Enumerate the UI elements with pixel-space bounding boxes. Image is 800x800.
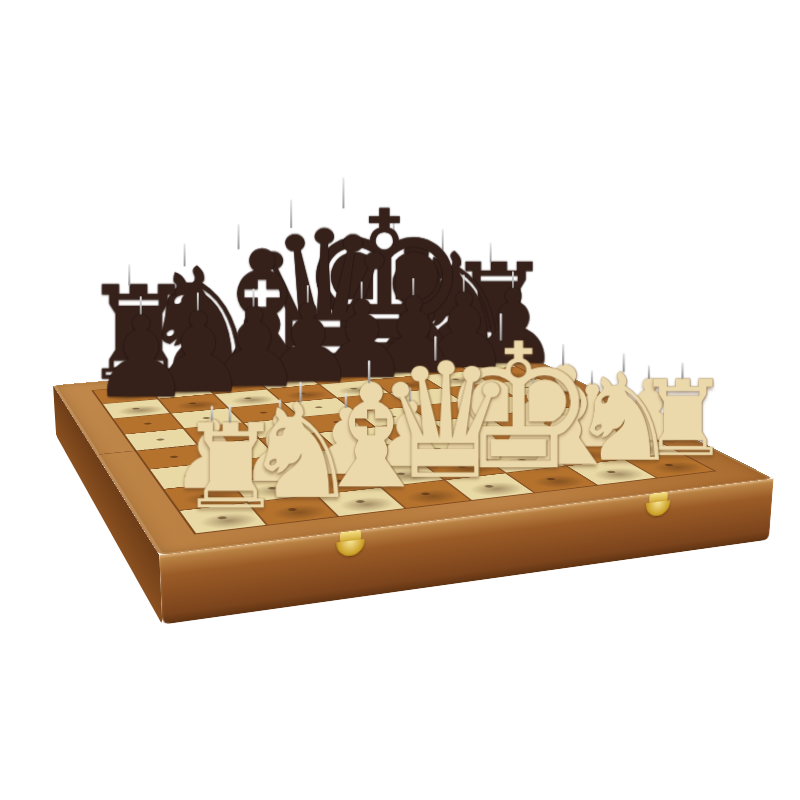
product-photo: ♜♞♝♛♚♝♞♜♟♟♟♟♟♟♟♟♟♟♟♟♟♟♟♟♜♞♝♛♚♝♞♜ <box>0 0 800 800</box>
piece-finial-pin <box>140 297 142 315</box>
clasp-fan <box>336 539 364 558</box>
piece-finial-pin <box>129 265 131 286</box>
square-a1: ♜ <box>180 503 266 533</box>
piece-finial-pin <box>229 405 231 424</box>
brass-clasp <box>645 491 673 518</box>
brass-clasp <box>335 530 366 559</box>
chess-piece-glyph: ♜ <box>178 409 283 526</box>
piece-finial-pin <box>197 293 199 311</box>
piece-black-pawn: ♟ <box>90 301 192 414</box>
clasp-fan <box>646 500 671 517</box>
piece-finial-pin <box>413 278 415 295</box>
scene: ♜♞♝♛♚♝♞♜♟♟♟♟♟♟♟♟♟♟♟♟♟♟♟♟♜♞♝♛♚♝♞♜ <box>0 0 800 800</box>
piece-finial-pin <box>361 282 363 299</box>
piece-white-rook: ♜ <box>165 409 294 526</box>
folding-chess-board: ♜♞♝♛♚♝♞♜♟♟♟♟♟♟♟♟♟♟♟♟♟♟♟♟♜♞♝♛♚♝♞♜ <box>53 346 774 555</box>
chess-piece-glyph: ♟ <box>90 301 191 414</box>
